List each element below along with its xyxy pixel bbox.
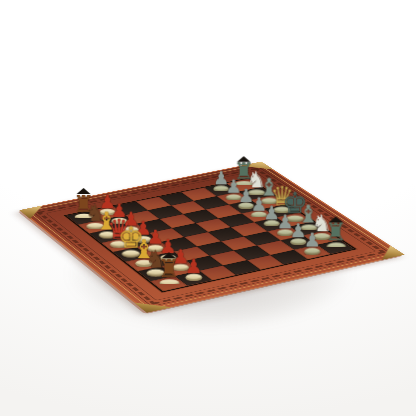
board-grid: ♜♞♝♛♚♝♞♜♟♟♟♟♟♟♟♟♟♟♟♟♟♟♟♟♜♞♝♛♚♝♞♜ xyxy=(64,178,357,293)
brass-corner-near xyxy=(134,297,171,313)
square-h1: ♜ xyxy=(150,276,187,291)
piece-base xyxy=(304,248,320,255)
photo-backdrop: ♜♞♝♛♚♝♞♜♟♟♟♟♟♟♟♟♟♟♟♟♟♟♟♟♜♞♝♛♚♝♞♜ xyxy=(0,0,416,416)
piece-figurine: ♟ xyxy=(289,230,336,254)
brass-corner-left xyxy=(19,206,53,219)
brass-corner-right xyxy=(368,246,405,260)
chessboard: ♜♞♝♛♚♝♞♜♟♟♟♟♟♟♟♟♟♟♟♟♟♟♟♟♜♞♝♛♚♝♞♜ xyxy=(19,162,404,313)
piece-base xyxy=(159,279,179,286)
piece-figurine: ♜ xyxy=(145,252,193,287)
piece-glyph: ♜ xyxy=(158,256,181,281)
piece-glyph: ♟ xyxy=(304,230,321,249)
scene: ♜♞♝♛♚♝♞♜♟♟♟♟♟♟♟♟♟♟♟♟♟♟♟♟♜♞♝♛♚♝♞♜ xyxy=(0,0,416,416)
leather-mat: ♜♞♝♛♚♝♞♜♟♟♟♟♟♟♟♟♟♟♟♟♟♟♟♟♜♞♝♛♚♝♞♜ xyxy=(19,162,404,313)
